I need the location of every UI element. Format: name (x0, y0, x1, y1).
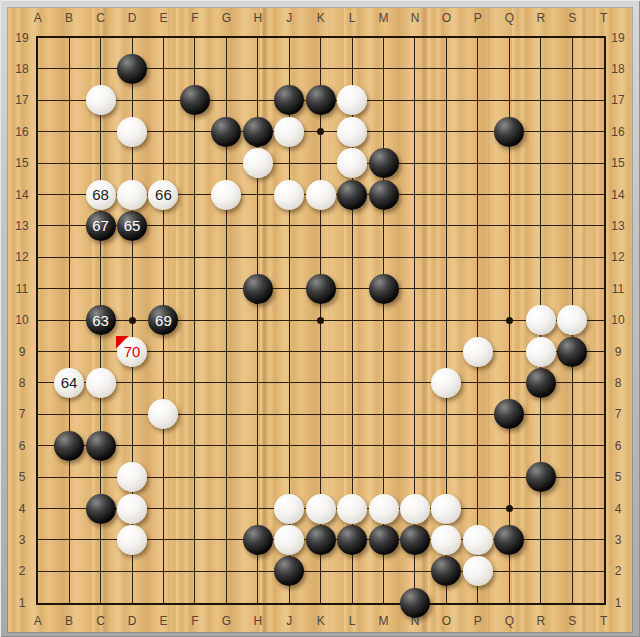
coord-label-left: 11 (10, 282, 34, 296)
stone-black-Q16 (494, 117, 524, 147)
coord-label-left: 15 (10, 156, 34, 170)
stone-black-D18 (117, 54, 147, 84)
coord-label-right: 12 (606, 250, 630, 264)
stone-white-J4 (274, 494, 304, 524)
coord-label-left: 2 (10, 564, 34, 578)
stone-white-D16 (117, 117, 147, 147)
stone-black-L14 (337, 180, 367, 210)
coord-label-bottom: D (120, 614, 144, 628)
star-point (317, 317, 324, 324)
coord-label-right: 8 (606, 376, 630, 390)
coord-label-top: M (372, 11, 396, 25)
coord-label-bottom: H (246, 614, 270, 628)
stone-black-K3 (306, 525, 336, 555)
stone-black-R5 (526, 462, 556, 492)
stone-black-C4 (86, 494, 116, 524)
coord-label-bottom: A (26, 614, 50, 628)
stone-white-K14 (306, 180, 336, 210)
coord-label-left: 16 (10, 125, 34, 139)
coord-label-bottom: L (340, 614, 364, 628)
coord-label-left: 3 (10, 533, 34, 547)
stone-black-K17 (306, 85, 336, 115)
stone-white-E14: 66 (148, 180, 178, 210)
coord-label-right: 14 (606, 188, 630, 202)
coord-label-right: 3 (606, 533, 630, 547)
stone-white-R9 (526, 337, 556, 367)
coord-label-top: Q (497, 11, 521, 25)
coord-label-right: 19 (606, 31, 630, 45)
coord-label-top: P (466, 11, 490, 25)
stone-black-M15 (369, 148, 399, 178)
coord-label-top: C (89, 11, 113, 25)
coord-label-right: 4 (606, 502, 630, 516)
coord-label-left: 1 (10, 596, 34, 610)
window-frame: AABBCCDDEEFFGGHHJJKKLLMMNNOOPPQQRRSSTT19… (0, 0, 640, 637)
coord-label-bottom: F (183, 614, 207, 628)
coord-label-right: 7 (606, 407, 630, 421)
coord-label-top: E (151, 11, 175, 25)
stone-white-B8: 64 (54, 368, 84, 398)
stone-black-F17 (180, 85, 210, 115)
coord-label-right: 18 (606, 62, 630, 76)
stone-white-P9 (463, 337, 493, 367)
stone-white-J14 (274, 180, 304, 210)
stone-white-D14 (117, 180, 147, 210)
stone-black-C10: 63 (86, 305, 116, 335)
coord-label-left: 10 (10, 313, 34, 327)
coord-label-left: 18 (10, 62, 34, 76)
stone-white-M4 (369, 494, 399, 524)
coord-label-right: 15 (606, 156, 630, 170)
stone-white-P3 (463, 525, 493, 555)
coord-label-bottom: P (466, 614, 490, 628)
coord-label-left: 7 (10, 407, 34, 421)
stone-white-C8 (86, 368, 116, 398)
stone-black-H3 (243, 525, 273, 555)
coord-label-right: 11 (606, 282, 630, 296)
stone-white-C14: 68 (86, 180, 116, 210)
coord-label-top: B (57, 11, 81, 25)
stone-white-H15 (243, 148, 273, 178)
stone-black-L3 (337, 525, 367, 555)
stone-black-N1 (400, 588, 430, 618)
coord-label-top: O (434, 11, 458, 25)
coord-label-top: R (529, 11, 553, 25)
stone-black-Q3 (494, 525, 524, 555)
stone-black-C13: 67 (86, 211, 116, 241)
coord-label-right: 10 (606, 313, 630, 327)
coord-label-left: 12 (10, 250, 34, 264)
coord-label-right: 13 (606, 219, 630, 233)
star-point (506, 317, 513, 324)
coord-label-right: 1 (606, 596, 630, 610)
coord-label-top: N (403, 11, 427, 25)
stone-black-K11 (306, 274, 336, 304)
coord-label-top: K (309, 11, 333, 25)
coord-label-bottom: M (372, 614, 396, 628)
stone-black-D13: 65 (117, 211, 147, 241)
grid-line (38, 382, 604, 383)
coord-label-top: L (340, 11, 364, 25)
coord-label-top: S (560, 11, 584, 25)
stone-white-K4 (306, 494, 336, 524)
coord-label-bottom: K (309, 614, 333, 628)
coord-label-bottom: C (89, 614, 113, 628)
stone-white-P2 (463, 556, 493, 586)
coord-label-bottom: B (57, 614, 81, 628)
coord-label-bottom: O (434, 614, 458, 628)
stone-black-C6 (86, 431, 116, 461)
coord-label-left: 14 (10, 188, 34, 202)
coord-label-top: J (277, 11, 301, 25)
coord-label-bottom: Q (497, 614, 521, 628)
coord-label-top: D (120, 11, 144, 25)
star-point (506, 505, 513, 512)
coord-label-top: G (214, 11, 238, 25)
coord-label-top: F (183, 11, 207, 25)
coord-label-left: 13 (10, 219, 34, 233)
stone-white-D4 (117, 494, 147, 524)
go-board[interactable]: AABBCCDDEEFFGGHHJJKKLLMMNNOOPPQQRRSSTT19… (8, 8, 632, 632)
coord-label-bottom: R (529, 614, 553, 628)
coord-label-right: 16 (606, 125, 630, 139)
coord-label-left: 17 (10, 93, 34, 107)
stone-white-D5 (117, 462, 147, 492)
stone-black-M14 (369, 180, 399, 210)
stone-white-J3 (274, 525, 304, 555)
stone-white-N4 (400, 494, 430, 524)
stone-white-C17 (86, 85, 116, 115)
coord-label-left: 6 (10, 439, 34, 453)
stone-white-O4 (431, 494, 461, 524)
stone-black-S9 (557, 337, 587, 367)
coord-label-left: 19 (10, 31, 34, 45)
stone-black-R8 (526, 368, 556, 398)
coord-label-right: 9 (606, 345, 630, 359)
stone-white-G14 (211, 180, 241, 210)
coord-label-right: 5 (606, 470, 630, 484)
coord-label-left: 8 (10, 376, 34, 390)
stone-white-L16 (337, 117, 367, 147)
grid-line (38, 445, 604, 446)
coord-label-left: 5 (10, 470, 34, 484)
grid-line (38, 571, 604, 572)
coord-label-left: 9 (10, 345, 34, 359)
coord-label-top: T (592, 11, 616, 25)
stone-white-J16 (274, 117, 304, 147)
stone-black-H11 (243, 274, 273, 304)
stone-black-N3 (400, 525, 430, 555)
grid-line (477, 38, 478, 603)
stone-white-R10 (526, 305, 556, 335)
coord-label-top: A (26, 11, 50, 25)
stone-black-M11 (369, 274, 399, 304)
stone-white-L4 (337, 494, 367, 524)
stone-white-L15 (337, 148, 367, 178)
coord-label-bottom: E (151, 614, 175, 628)
stone-white-D3 (117, 525, 147, 555)
coord-label-right: 2 (606, 564, 630, 578)
coord-label-bottom: T (592, 614, 616, 628)
stone-black-B6 (54, 431, 84, 461)
coord-label-left: 4 (10, 502, 34, 516)
coord-label-right: 17 (606, 93, 630, 107)
coord-label-right: 6 (606, 439, 630, 453)
coord-label-bottom: S (560, 614, 584, 628)
coord-label-bottom: J (277, 614, 301, 628)
coord-label-bottom: G (214, 614, 238, 628)
star-point (129, 317, 136, 324)
stone-black-H16 (243, 117, 273, 147)
stone-black-M3 (369, 525, 399, 555)
stone-black-G16 (211, 117, 241, 147)
coord-label-top: H (246, 11, 270, 25)
